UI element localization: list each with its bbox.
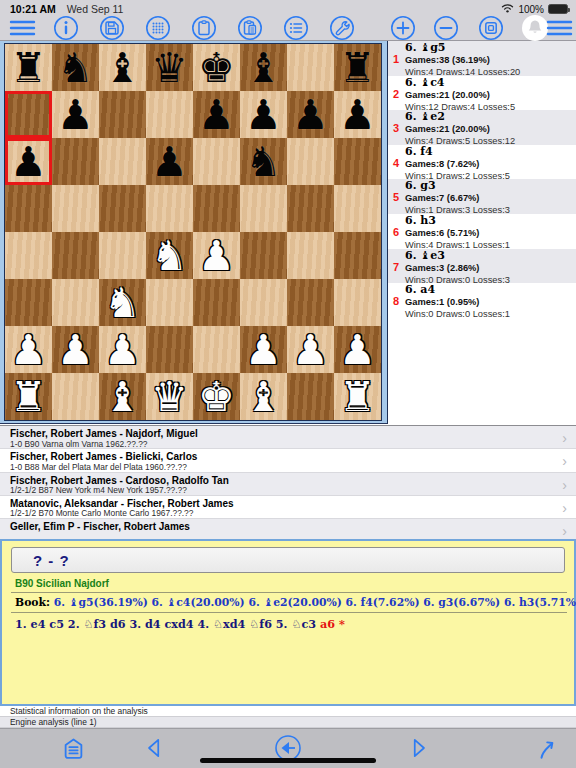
book-move-label: 6. ♝e2 <box>405 111 574 123</box>
black-king: ♚ <box>198 45 235 91</box>
game-details: 1/2-1/2 B70 Monte Carlo Monte Carlo 1967… <box>10 509 552 519</box>
book-move-row-4[interactable]: 6. f44Games:8 (7.62%)Wins:1 Draws:2 Loss… <box>388 145 576 180</box>
last-move: a6 <box>320 617 335 631</box>
battery-percent: 100% <box>518 4 544 15</box>
book-move-row-7[interactable]: 6. ♝e37Games:3 (2.86%)Wins:0 Draws:0 Los… <box>388 249 576 284</box>
square-h2[interactable]: ♟ <box>334 326 381 373</box>
white-pawn: ♟ <box>10 327 47 373</box>
wifi-icon <box>501 3 514 15</box>
square-c1[interactable]: ♝ <box>99 373 146 420</box>
square-g3[interactable] <box>287 279 334 326</box>
square-a5[interactable] <box>5 185 52 232</box>
square-d5[interactable] <box>146 185 193 232</box>
book-games-stat: Games:38 (36.19%) <box>405 55 574 66</box>
square-c3[interactable]: ♞ <box>99 279 146 326</box>
menu-right-icon[interactable] <box>545 16 573 40</box>
white-knight: ♞ <box>104 280 141 326</box>
square-d4[interactable]: ♞ <box>146 232 193 279</box>
status-left: 10:21 AM Wed Sep 11 <box>10 3 123 15</box>
white-queen: ♛ <box>151 374 188 420</box>
square-c5[interactable] <box>99 185 146 232</box>
black-pawn: ♟ <box>292 92 329 138</box>
white-pawn: ♟ <box>245 327 282 373</box>
black-queen: ♛ <box>151 45 188 91</box>
square-g5[interactable] <box>287 185 334 232</box>
square-b1[interactable] <box>52 373 99 420</box>
square-h4[interactable] <box>334 232 381 279</box>
square-c4[interactable] <box>99 232 146 279</box>
white-pawn: ♟ <box>292 327 329 373</box>
book-label: Book: <box>15 596 50 609</box>
result-marker: * <box>339 617 345 631</box>
book-move-rank: 5 <box>393 191 399 203</box>
games-list: Fischer, Robert James - Najdorf, Miguel1… <box>0 425 576 539</box>
home-indicator[interactable] <box>200 758 376 763</box>
moves-main: 1. e4 c5 2. ♘f3 d6 3. d4 cxd4 4. ♘xd4 ♘f… <box>15 617 316 631</box>
white-bishop: ♝ <box>245 374 282 420</box>
book-games-stat: Games:8 (7.62%) <box>405 159 574 170</box>
paste-icon[interactable] <box>236 16 264 40</box>
square-b2[interactable]: ♟ <box>52 326 99 373</box>
square-e6[interactable] <box>193 138 240 185</box>
wrench-icon[interactable] <box>328 16 356 40</box>
square-g6[interactable] <box>287 138 334 185</box>
book-move-label: 6. h3 <box>405 215 574 227</box>
book-move-label: 6. g3 <box>405 180 574 192</box>
book-move-row-1[interactable]: 6. ♝g51Games:38 (36.19%)Wins:4 Draws:14 … <box>388 41 576 76</box>
battery-icon <box>548 4 568 14</box>
book-move-row-5[interactable]: 6. g35Games:7 (6.67%)Wins:1 Draws:3 Loss… <box>388 179 576 214</box>
square-f5[interactable] <box>240 185 287 232</box>
book-move-row-6[interactable]: 6. h36Games:6 (5.71%)Wins:4 Draws:1 Loss… <box>388 214 576 249</box>
white-king: ♚ <box>198 374 235 420</box>
white-pawn: ♟ <box>57 327 94 373</box>
square-c6[interactable] <box>99 138 146 185</box>
square-f4[interactable] <box>240 232 287 279</box>
square-c2[interactable]: ♟ <box>99 326 146 373</box>
black-knight: ♞ <box>245 139 282 185</box>
square-d3[interactable] <box>146 279 193 326</box>
square-f6[interactable]: ♞ <box>240 138 287 185</box>
square-e3[interactable] <box>193 279 240 326</box>
chevron-right-icon: › <box>562 523 567 539</box>
separator <box>11 612 567 613</box>
square-a1[interactable]: ♜ <box>5 373 52 420</box>
square-e2[interactable] <box>193 326 240 373</box>
book-wins-stat: Wins:0 Draws:0 Losses:1 <box>405 309 574 320</box>
book-games-stat: Games:21 (20.00%) <box>405 124 574 135</box>
black-pawn: ♟ <box>151 139 188 185</box>
black-pawn: ♟ <box>10 139 47 185</box>
book-move-row-2[interactable]: 6. ♝c42Games:21 (20.00%)Wins:12 Draws:4 … <box>388 76 576 111</box>
book-move-rank: 1 <box>393 53 399 65</box>
square-g1[interactable] <box>287 373 334 420</box>
game-details: 1/2-1/2 B87 New York m4 New York 1957.??… <box>10 486 552 496</box>
chevron-right-icon: › <box>562 477 567 493</box>
square-a8[interactable]: ♜ <box>5 44 52 91</box>
square-g4[interactable] <box>287 232 334 279</box>
white-rook: ♜ <box>339 374 376 420</box>
square-f2[interactable]: ♟ <box>240 326 287 373</box>
opening-name: B90 Sicilian Najdorf <box>15 578 109 589</box>
chip-icon[interactable] <box>477 16 505 40</box>
square-f3[interactable] <box>240 279 287 326</box>
square-e1[interactable]: ♚ <box>193 373 240 420</box>
square-a4[interactable] <box>5 232 52 279</box>
black-rook: ♜ <box>10 45 47 91</box>
status-bar: 10:21 AM Wed Sep 11 100% <box>0 0 576 16</box>
square-b4[interactable] <box>52 232 99 279</box>
black-pawn: ♟ <box>245 92 282 138</box>
flip-analysis-icon[interactable] <box>533 734 563 762</box>
square-h8[interactable]: ♜ <box>334 44 381 91</box>
square-a3[interactable] <box>5 279 52 326</box>
black-pawn: ♟ <box>198 92 235 138</box>
save-icon[interactable] <box>98 16 126 40</box>
book-move-label: 6. a4 <box>405 284 574 296</box>
book-move-label: 6. ♝g5 <box>405 42 574 54</box>
square-b8[interactable]: ♞ <box>52 44 99 91</box>
black-bishop: ♝ <box>245 45 282 91</box>
game-row[interactable]: Fischer, Robert James - Najdorf, Miguel1… <box>0 426 576 449</box>
moves-line: 1. e4 c5 2. ♘f3 d6 3. d4 cxd4 4. ♘xd4 ♘f… <box>15 617 571 631</box>
book-games-stat: Games:1 (0.95%) <box>405 297 574 308</box>
chevron-right-icon: › <box>562 430 567 446</box>
list-icon[interactable] <box>282 16 310 40</box>
info-icon[interactable] <box>52 16 80 40</box>
bottom-toolbar <box>0 728 576 768</box>
book-line: Book: 6. ♝g5(36.19%) 6. ♝c4(20.00%) 6. ♝… <box>15 596 571 609</box>
top-toolbar <box>0 16 576 41</box>
info-rows: Statistical information on the analysis … <box>0 706 576 728</box>
book-move-rank: 8 <box>393 295 399 307</box>
book-games-stat: Games:6 (5.71%) <box>405 228 574 239</box>
game-row[interactable]: Geller, Efim P - Fischer, Robert James› <box>0 519 576 539</box>
header: 10:21 AM Wed Sep 11 100% <box>0 0 576 41</box>
square-e8[interactable]: ♚ <box>193 44 240 91</box>
pieces-grid-icon[interactable] <box>144 16 172 40</box>
white-pawn: ♟ <box>198 233 235 279</box>
white-pawn: ♟ <box>104 327 141 373</box>
square-b6[interactable] <box>52 138 99 185</box>
square-h7[interactable]: ♟ <box>334 91 381 138</box>
square-h5[interactable] <box>334 185 381 232</box>
square-f1[interactable]: ♝ <box>240 373 287 420</box>
square-f7[interactable]: ♟ <box>240 91 287 138</box>
white-pawn: ♟ <box>339 327 376 373</box>
back-icon[interactable] <box>140 734 170 762</box>
book-moves: 6. ♝g5(36.19%) 6. ♝c4(20.00%) 6. ♝e2(20.… <box>54 596 576 609</box>
chevron-right-icon: › <box>562 453 567 469</box>
book-move-rank: 7 <box>393 261 399 273</box>
square-e7[interactable]: ♟ <box>193 91 240 138</box>
game-row[interactable]: Fischer, Robert James - Cardoso, Radolfo… <box>0 473 576 496</box>
app-screen: 10:21 AM Wed Sep 11 100% <box>0 0 576 768</box>
square-b7[interactable]: ♟ <box>52 91 99 138</box>
square-c8[interactable]: ♝ <box>99 44 146 91</box>
book-move-label: 6. f4 <box>405 146 574 158</box>
book-move-label: 6. ♝e3 <box>405 250 574 262</box>
notation-menu-icon[interactable] <box>58 734 88 762</box>
square-e4[interactable]: ♟ <box>193 232 240 279</box>
square-d2[interactable] <box>146 326 193 373</box>
square-a2[interactable]: ♟ <box>5 326 52 373</box>
book-move-rank: 6 <box>393 226 399 238</box>
menu-icon[interactable] <box>8 16 36 40</box>
forward-icon[interactable] <box>403 734 433 762</box>
black-knight: ♞ <box>57 45 94 91</box>
square-c7[interactable] <box>99 91 146 138</box>
square-d6[interactable]: ♟ <box>146 138 193 185</box>
square-g8[interactable] <box>287 44 334 91</box>
game-row[interactable]: Matanovic, Aleksandar - Fischer, Robert … <box>0 496 576 519</box>
date: Wed Sep 11 <box>67 3 124 15</box>
white-bishop: ♝ <box>104 374 141 420</box>
square-a6[interactable]: ♟ <box>5 138 52 185</box>
book-move-rank: 3 <box>393 122 399 134</box>
game-players: Geller, Efim P - Fischer, Robert James <box>10 521 552 533</box>
clock: 10:21 AM <box>10 3 56 15</box>
engine-analysis-row[interactable]: Engine analysis (line 1) <box>0 717 576 728</box>
book-move-rank: 4 <box>393 157 399 169</box>
square-d8[interactable]: ♛ <box>146 44 193 91</box>
chevron-right-icon: › <box>562 500 567 516</box>
square-g2[interactable]: ♟ <box>287 326 334 373</box>
statistical-info-row[interactable]: Statistical information on the analysis <box>0 706 576 717</box>
square-h6[interactable] <box>334 138 381 185</box>
square-f8[interactable]: ♝ <box>240 44 287 91</box>
black-pawn: ♟ <box>339 92 376 138</box>
game-details: 1-0 B90 Varna olm Varna 1962.??.?? <box>10 440 552 450</box>
square-d7[interactable] <box>146 91 193 138</box>
square-e5[interactable] <box>193 185 240 232</box>
add-icon[interactable] <box>389 16 417 40</box>
square-h3[interactable] <box>334 279 381 326</box>
chess-board[interactable]: ♜♞♝♛♚♝♜♟♟♟♟♟♟♟♞♞♟♞♟♟♟♟♟♟♜♝♛♚♝♜ <box>4 43 382 421</box>
analysis-panel: ? - ? B90 Sicilian Najdorf Book: 6. ♝g5(… <box>0 539 576 706</box>
white-rook: ♜ <box>10 374 47 420</box>
book-move-label: 6. ♝c4 <box>405 77 574 89</box>
square-g7[interactable]: ♟ <box>287 91 334 138</box>
square-d1[interactable]: ♛ <box>146 373 193 420</box>
square-a7[interactable] <box>5 91 52 138</box>
board-region: ♜♞♝♛♚♝♜♟♟♟♟♟♟♟♞♞♟♞♟♟♟♟♟♟♜♝♛♚♝♜ 6. ♝g51Ga… <box>0 41 576 424</box>
book-games-stat: Games:21 (20.00%) <box>405 90 574 101</box>
white-knight: ♞ <box>151 233 188 279</box>
square-b3[interactable] <box>52 279 99 326</box>
book-games-stat: Games:3 (2.86%) <box>405 263 574 274</box>
black-rook: ♜ <box>339 45 376 91</box>
book-move-row-3[interactable]: 6. ♝e23Games:21 (20.00%)Wins:4 Draws:5 L… <box>388 110 576 145</box>
square-b5[interactable] <box>52 185 99 232</box>
black-bishop: ♝ <box>104 45 141 91</box>
opening-book-panel: 6. ♝g51Games:38 (36.19%)Wins:4 Draws:14 … <box>387 41 576 424</box>
book-games-stat: Games:7 (6.67%) <box>405 193 574 204</box>
square-h1[interactable]: ♜ <box>334 373 381 420</box>
remove-icon[interactable] <box>432 16 460 40</box>
game-score-box: ? - ? <box>11 547 565 573</box>
black-pawn: ♟ <box>57 92 94 138</box>
game-players: Fischer, Robert James - Najdorf, Miguel <box>10 428 552 440</box>
separator <box>11 592 567 593</box>
clipboard-icon[interactable] <box>190 16 218 40</box>
game-details: 1-0 B88 Mar del Plata Mar del Plata 1960… <box>10 463 552 473</box>
game-row[interactable]: Fischer, Robert James - Bielicki, Carlos… <box>0 449 576 472</box>
book-move-rank: 2 <box>393 88 399 100</box>
book-move-row-8[interactable]: 6. a48Games:1 (0.95%)Wins:0 Draws:0 Loss… <box>388 283 576 318</box>
